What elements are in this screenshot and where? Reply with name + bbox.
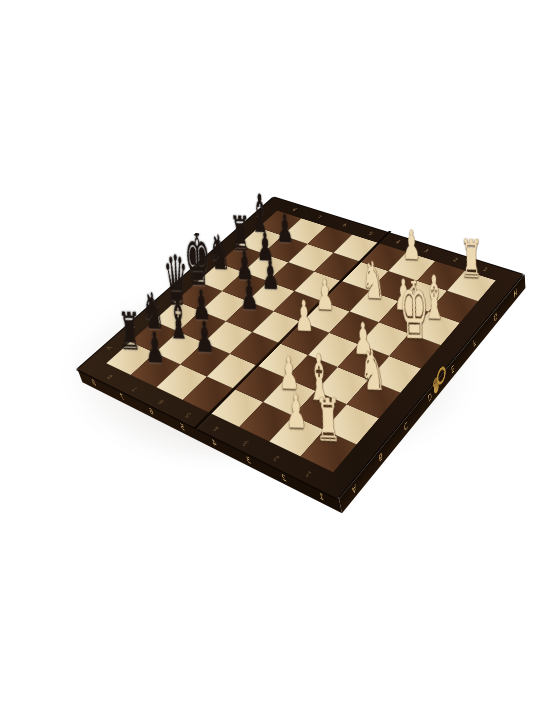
edge-label-file-C: C: [392, 405, 419, 449]
edge-label-rank-1: 1: [310, 473, 333, 519]
edge-label-file-G: G: [485, 298, 507, 337]
chess-set-photo: ABCDEFGH 87654321 87654321 87654321 ABCD…: [60, 82, 539, 561]
edge-label-file-A: A: [339, 466, 369, 513]
perspective-scene: ABCDEFGH 87654321 87654321 87654321 ABCD…: [60, 82, 539, 561]
chess-board: ABCDEFGH 87654321 87654321 87654321 ABCD…: [76, 197, 523, 500]
edge-label-file-H: H: [505, 274, 525, 312]
edge-label-file-B: B: [366, 435, 394, 481]
edge-label-file-F: F: [463, 323, 486, 363]
